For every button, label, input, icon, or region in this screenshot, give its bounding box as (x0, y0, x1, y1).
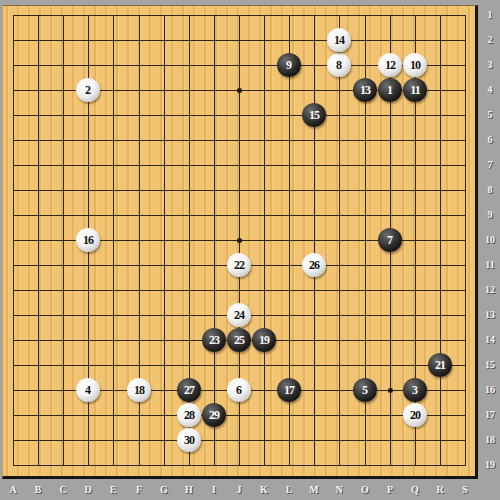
stone-white-move-28-H17[interactable]: 28 (177, 403, 201, 427)
column-label-O: O (356, 484, 374, 496)
stone-black-move-5-O16[interactable]: 5 (353, 378, 377, 402)
stone-black-move-7-P10[interactable]: 7 (378, 228, 402, 252)
move-number: 10 (410, 59, 420, 71)
stone-white-move-8-N3[interactable]: 8 (327, 53, 351, 77)
stone-black-move-17-L16[interactable]: 17 (277, 378, 301, 402)
column-label-F: F (130, 484, 148, 496)
move-number: 11 (410, 84, 419, 96)
stone-black-move-25-J14[interactable]: 25 (227, 328, 251, 352)
grid-line-vertical-R (440, 15, 441, 466)
row-label-2: 2 (480, 34, 500, 46)
column-label-G: G (155, 484, 173, 496)
star-point-P16 (388, 388, 393, 393)
grid-line-horizontal-15 (13, 365, 466, 366)
move-number: 24 (234, 309, 244, 321)
move-number: 3 (412, 384, 418, 396)
go-diagram-screen: 1234567891011121314151617181920212223242… (0, 0, 500, 500)
column-label-R: R (431, 484, 449, 496)
stone-white-move-14-N2[interactable]: 14 (327, 28, 351, 52)
row-label-6: 6 (480, 134, 500, 146)
row-label-13: 13 (480, 309, 500, 321)
stone-black-move-1-P4[interactable]: 1 (378, 78, 402, 102)
star-point-J4 (237, 88, 242, 93)
grid-line-horizontal-19 (13, 465, 466, 466)
move-number: 13 (360, 84, 370, 96)
column-label-N: N (330, 484, 348, 496)
column-label-C: C (54, 484, 72, 496)
move-number: 5 (362, 384, 368, 396)
move-number: 8 (336, 59, 342, 71)
stone-white-move-16-D10[interactable]: 16 (76, 228, 100, 252)
move-number: 25 (234, 334, 244, 346)
stone-white-move-2-D4[interactable]: 2 (76, 78, 100, 102)
stone-black-move-21-R15[interactable]: 21 (428, 353, 452, 377)
move-number: 23 (209, 334, 219, 346)
move-number: 27 (184, 384, 194, 396)
column-label-K: K (255, 484, 273, 496)
stone-black-move-23-I14[interactable]: 23 (202, 328, 226, 352)
column-label-M: M (305, 484, 323, 496)
move-number: 14 (334, 34, 344, 46)
stone-black-move-19-K14[interactable]: 19 (252, 328, 276, 352)
stone-black-move-29-I17[interactable]: 29 (202, 403, 226, 427)
column-label-E: E (104, 484, 122, 496)
move-number: 12 (385, 59, 395, 71)
move-number: 2 (85, 84, 91, 96)
row-label-5: 5 (480, 109, 500, 121)
move-number: 16 (83, 234, 93, 246)
move-number: 9 (286, 59, 292, 71)
stone-black-move-3-Q16[interactable]: 3 (403, 378, 427, 402)
row-label-14: 14 (480, 334, 500, 346)
row-label-11: 11 (480, 259, 500, 271)
stone-white-move-24-J13[interactable]: 24 (227, 303, 251, 327)
column-label-I: I (205, 484, 223, 496)
column-label-D: D (79, 484, 97, 496)
row-label-9: 9 (480, 209, 500, 221)
row-label-19: 19 (480, 459, 500, 471)
move-number: 19 (259, 334, 269, 346)
stone-white-move-10-Q3[interactable]: 10 (403, 53, 427, 77)
stone-white-move-12-P3[interactable]: 12 (378, 53, 402, 77)
row-label-8: 8 (480, 184, 500, 196)
grid-line-horizontal-17 (13, 415, 466, 416)
move-number: 28 (184, 409, 194, 421)
row-label-18: 18 (480, 434, 500, 446)
move-number: 26 (309, 259, 319, 271)
row-label-4: 4 (480, 84, 500, 96)
stone-white-move-6-J16[interactable]: 6 (227, 378, 251, 402)
row-label-15: 15 (480, 359, 500, 371)
stone-black-move-27-H16[interactable]: 27 (177, 378, 201, 402)
move-number: 15 (309, 109, 319, 121)
row-label-3: 3 (480, 59, 500, 71)
stone-white-move-30-H18[interactable]: 30 (177, 428, 201, 452)
row-label-16: 16 (480, 384, 500, 396)
move-number: 17 (284, 384, 294, 396)
stone-white-move-22-J11[interactable]: 22 (227, 253, 251, 277)
column-label-A: A (4, 484, 22, 496)
row-label-10: 10 (480, 234, 500, 246)
column-label-Q: Q (406, 484, 424, 496)
row-label-7: 7 (480, 159, 500, 171)
move-number: 6 (236, 384, 242, 396)
grid-line-vertical-M (314, 15, 315, 466)
move-number: 18 (134, 384, 144, 396)
column-label-J: J (230, 484, 248, 496)
grid-line-vertical-N (339, 15, 340, 466)
column-label-B: B (29, 484, 47, 496)
column-label-L: L (280, 484, 298, 496)
stone-white-move-26-M11[interactable]: 26 (302, 253, 326, 277)
grid-line-vertical-K (264, 15, 265, 466)
star-point-J10 (237, 238, 242, 243)
move-number: 1 (387, 84, 393, 96)
stone-black-move-13-O4[interactable]: 13 (353, 78, 377, 102)
stone-black-move-15-M5[interactable]: 15 (302, 103, 326, 127)
stone-white-move-4-D16[interactable]: 4 (76, 378, 100, 402)
stone-black-move-11-Q4[interactable]: 11 (403, 78, 427, 102)
move-number: 4 (85, 384, 91, 396)
grid-line-horizontal-18 (13, 440, 466, 441)
move-number: 21 (435, 359, 445, 371)
row-label-17: 17 (480, 409, 500, 421)
move-number: 22 (234, 259, 244, 271)
grid-line-vertical-S (465, 15, 466, 466)
column-label-H: H (180, 484, 198, 496)
column-label-S: S (456, 484, 474, 496)
move-number: 7 (387, 234, 393, 246)
move-number: 20 (410, 409, 420, 421)
move-number: 29 (209, 409, 219, 421)
row-label-1: 1 (480, 9, 500, 21)
stone-black-move-9-L3[interactable]: 9 (277, 53, 301, 77)
stone-white-move-18-F16[interactable]: 18 (127, 378, 151, 402)
move-number: 30 (184, 434, 194, 446)
column-label-P: P (381, 484, 399, 496)
grid-line-horizontal-12 (13, 290, 466, 291)
stone-white-move-20-Q17[interactable]: 20 (403, 403, 427, 427)
row-label-12: 12 (480, 284, 500, 296)
